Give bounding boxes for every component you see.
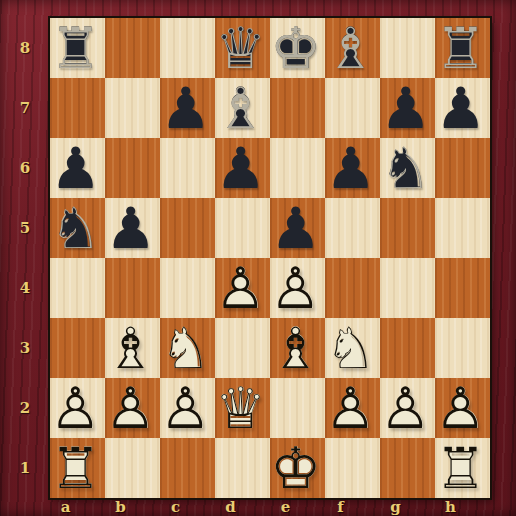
square-d7[interactable]: ♝♗ bbox=[215, 78, 270, 138]
rank-labels: 8 7 6 5 4 3 2 1 bbox=[0, 18, 50, 498]
square-g1[interactable] bbox=[380, 438, 435, 498]
piece-outline: ♙ bbox=[323, 378, 378, 438]
piece-fill: ♟ bbox=[158, 378, 213, 438]
piece-fill: ♟ bbox=[158, 78, 213, 138]
square-e5[interactable]: ♟ bbox=[270, 198, 325, 258]
piece-outline: ♙ bbox=[433, 378, 488, 438]
square-f3[interactable]: ♞♘ bbox=[325, 318, 380, 378]
square-g3[interactable] bbox=[380, 318, 435, 378]
piece-outline: ♕ bbox=[213, 378, 268, 438]
square-b8[interactable] bbox=[105, 18, 160, 78]
square-c1[interactable] bbox=[160, 438, 215, 498]
piece-fill: ♟ bbox=[323, 378, 378, 438]
piece-fill: ♟ bbox=[433, 378, 488, 438]
square-b5[interactable]: ♟ bbox=[105, 198, 160, 258]
square-b6[interactable] bbox=[105, 138, 160, 198]
chess-app-window: ♜♖♛♕♚♔♝♗♜♖♟♝♗♟♟♟♟♟♞♘♞♘♟♟♟♙♟♙♝♗♞♘♝♗♞♘♟♙♟♙… bbox=[0, 0, 516, 516]
piece-outline: ♘ bbox=[158, 318, 213, 378]
piece-fill: ♛ bbox=[213, 18, 268, 78]
square-f4[interactable] bbox=[325, 258, 380, 318]
black-bishop-icon[interactable]: ♝♗ bbox=[323, 18, 378, 78]
piece-outline: ♗ bbox=[323, 18, 378, 78]
black-pawn-icon[interactable]: ♟ bbox=[433, 78, 488, 138]
piece-fill: ♚ bbox=[268, 18, 323, 78]
square-f7[interactable] bbox=[325, 78, 380, 138]
rank-label-1: 1 bbox=[0, 438, 50, 498]
white-knight-icon[interactable]: ♞♘ bbox=[323, 318, 378, 378]
black-king-icon[interactable]: ♚♔ bbox=[268, 18, 323, 78]
piece-outline: ♙ bbox=[213, 258, 268, 318]
square-c5[interactable] bbox=[160, 198, 215, 258]
piece-outline: ♗ bbox=[268, 318, 323, 378]
square-g6[interactable]: ♞♘ bbox=[380, 138, 435, 198]
piece-fill: ♝ bbox=[323, 18, 378, 78]
square-b1[interactable] bbox=[105, 438, 160, 498]
black-pawn-icon[interactable]: ♟ bbox=[48, 138, 103, 198]
piece-fill: ♟ bbox=[213, 138, 268, 198]
white-pawn-icon[interactable]: ♟♙ bbox=[378, 378, 433, 438]
white-pawn-icon[interactable]: ♟♙ bbox=[158, 378, 213, 438]
white-knight-icon[interactable]: ♞♘ bbox=[158, 318, 213, 378]
black-pawn-icon[interactable]: ♟ bbox=[378, 78, 433, 138]
white-bishop-icon[interactable]: ♝♗ bbox=[268, 318, 323, 378]
piece-outline: ♙ bbox=[378, 378, 433, 438]
square-c8[interactable] bbox=[160, 18, 215, 78]
square-a8[interactable]: ♜♖ bbox=[50, 18, 105, 78]
white-pawn-icon[interactable]: ♟♙ bbox=[48, 378, 103, 438]
piece-outline: ♖ bbox=[433, 18, 488, 78]
square-e3[interactable]: ♝♗ bbox=[270, 318, 325, 378]
piece-outline: ♖ bbox=[48, 438, 103, 498]
square-a5[interactable]: ♞♘ bbox=[50, 198, 105, 258]
piece-fill: ♜ bbox=[48, 18, 103, 78]
square-c7[interactable]: ♟ bbox=[160, 78, 215, 138]
square-f2[interactable]: ♟♙ bbox=[325, 378, 380, 438]
black-pawn-icon[interactable]: ♟ bbox=[213, 138, 268, 198]
square-d3[interactable] bbox=[215, 318, 270, 378]
piece-outline: ♕ bbox=[213, 18, 268, 78]
file-label-h: h bbox=[423, 497, 478, 516]
piece-fill: ♞ bbox=[158, 318, 213, 378]
piece-outline: ♖ bbox=[48, 18, 103, 78]
black-knight-icon[interactable]: ♞♘ bbox=[378, 138, 433, 198]
square-h8[interactable]: ♜♖ bbox=[435, 18, 490, 78]
piece-fill: ♚ bbox=[268, 438, 323, 498]
piece-outline: ♔ bbox=[268, 18, 323, 78]
square-c3[interactable]: ♞♘ bbox=[160, 318, 215, 378]
black-pawn-icon[interactable]: ♟ bbox=[158, 78, 213, 138]
piece-fill: ♟ bbox=[378, 78, 433, 138]
white-bishop-icon[interactable]: ♝♗ bbox=[103, 318, 158, 378]
file-label-d: d bbox=[203, 497, 258, 516]
file-label-f: f bbox=[313, 497, 368, 516]
square-d5[interactable] bbox=[215, 198, 270, 258]
piece-outline: ♘ bbox=[323, 318, 378, 378]
black-knight-icon[interactable]: ♞♘ bbox=[48, 198, 103, 258]
black-pawn-icon[interactable]: ♟ bbox=[323, 138, 378, 198]
rank-label-8: 8 bbox=[0, 18, 50, 78]
piece-outline: ♖ bbox=[433, 438, 488, 498]
file-label-e: e bbox=[258, 497, 313, 516]
white-pawn-icon[interactable]: ♟♙ bbox=[213, 258, 268, 318]
rank-label-6: 6 bbox=[0, 138, 50, 198]
piece-fill: ♟ bbox=[433, 78, 488, 138]
square-g7[interactable]: ♟ bbox=[380, 78, 435, 138]
square-e2[interactable] bbox=[270, 378, 325, 438]
square-e1[interactable]: ♚♔ bbox=[270, 438, 325, 498]
rank-label-5: 5 bbox=[0, 198, 50, 258]
square-g4[interactable] bbox=[380, 258, 435, 318]
black-bishop-icon[interactable]: ♝♗ bbox=[213, 78, 268, 138]
piece-fill: ♝ bbox=[213, 78, 268, 138]
square-f8[interactable]: ♝♗ bbox=[325, 18, 380, 78]
piece-outline: ♙ bbox=[103, 378, 158, 438]
piece-fill: ♟ bbox=[323, 138, 378, 198]
black-queen-icon[interactable]: ♛♕ bbox=[213, 18, 268, 78]
square-d2[interactable]: ♛♕ bbox=[215, 378, 270, 438]
black-rook-icon[interactable]: ♜♖ bbox=[433, 18, 488, 78]
rank-label-7: 7 bbox=[0, 78, 50, 138]
piece-fill: ♝ bbox=[268, 318, 323, 378]
piece-outline: ♘ bbox=[378, 138, 433, 198]
rank-label-4: 4 bbox=[0, 258, 50, 318]
file-label-g: g bbox=[368, 497, 423, 516]
square-e6[interactable] bbox=[270, 138, 325, 198]
square-a4[interactable] bbox=[50, 258, 105, 318]
piece-outline: ♙ bbox=[268, 258, 323, 318]
file-label-a: a bbox=[38, 497, 93, 516]
piece-fill: ♝ bbox=[103, 318, 158, 378]
white-pawn-icon[interactable]: ♟♙ bbox=[103, 378, 158, 438]
black-rook-icon[interactable]: ♜♖ bbox=[48, 18, 103, 78]
file-label-b: b bbox=[93, 497, 148, 516]
square-g2[interactable]: ♟♙ bbox=[380, 378, 435, 438]
white-rook-icon[interactable]: ♜♖ bbox=[433, 438, 488, 498]
piece-fill: ♜ bbox=[433, 18, 488, 78]
square-f5[interactable] bbox=[325, 198, 380, 258]
piece-outline: ♔ bbox=[268, 438, 323, 498]
square-a3[interactable] bbox=[50, 318, 105, 378]
square-a2[interactable]: ♟♙ bbox=[50, 378, 105, 438]
square-e4[interactable]: ♟♙ bbox=[270, 258, 325, 318]
square-g8[interactable] bbox=[380, 18, 435, 78]
file-labels: a b c d e f g h bbox=[50, 497, 490, 516]
piece-outline: ♗ bbox=[103, 318, 158, 378]
square-d1[interactable] bbox=[215, 438, 270, 498]
square-h3[interactable] bbox=[435, 318, 490, 378]
piece-outline: ♗ bbox=[213, 78, 268, 138]
rank-label-3: 3 bbox=[0, 318, 50, 378]
white-pawn-icon[interactable]: ♟♙ bbox=[433, 378, 488, 438]
square-f6[interactable]: ♟ bbox=[325, 138, 380, 198]
square-b4[interactable] bbox=[105, 258, 160, 318]
piece-fill: ♞ bbox=[323, 318, 378, 378]
chess-board: ♜♖♛♕♚♔♝♗♜♖♟♝♗♟♟♟♟♟♞♘♞♘♟♟♟♙♟♙♝♗♞♘♝♗♞♘♟♙♟♙… bbox=[50, 18, 490, 498]
white-pawn-icon[interactable]: ♟♙ bbox=[268, 258, 323, 318]
rank-label-2: 2 bbox=[0, 378, 50, 438]
square-a6[interactable]: ♟ bbox=[50, 138, 105, 198]
square-g5[interactable] bbox=[380, 198, 435, 258]
piece-fill: ♞ bbox=[378, 138, 433, 198]
square-h6[interactable] bbox=[435, 138, 490, 198]
piece-fill: ♟ bbox=[103, 198, 158, 258]
piece-fill: ♞ bbox=[48, 198, 103, 258]
square-b2[interactable]: ♟♙ bbox=[105, 378, 160, 438]
file-label-c: c bbox=[148, 497, 203, 516]
square-h4[interactable] bbox=[435, 258, 490, 318]
square-h5[interactable] bbox=[435, 198, 490, 258]
square-f1[interactable] bbox=[325, 438, 380, 498]
square-d4[interactable]: ♟♙ bbox=[215, 258, 270, 318]
piece-fill: ♟ bbox=[268, 258, 323, 318]
piece-fill: ♜ bbox=[433, 438, 488, 498]
white-queen-icon[interactable]: ♛♕ bbox=[213, 378, 268, 438]
white-king-icon[interactable]: ♚♔ bbox=[268, 438, 323, 498]
piece-fill: ♜ bbox=[48, 438, 103, 498]
square-b3[interactable]: ♝♗ bbox=[105, 318, 160, 378]
piece-fill: ♟ bbox=[378, 378, 433, 438]
square-e7[interactable] bbox=[270, 78, 325, 138]
square-d6[interactable]: ♟ bbox=[215, 138, 270, 198]
piece-fill: ♟ bbox=[48, 138, 103, 198]
square-c6[interactable] bbox=[160, 138, 215, 198]
square-c2[interactable]: ♟♙ bbox=[160, 378, 215, 438]
square-e8[interactable]: ♚♔ bbox=[270, 18, 325, 78]
square-b7[interactable] bbox=[105, 78, 160, 138]
black-pawn-icon[interactable]: ♟ bbox=[103, 198, 158, 258]
piece-fill: ♟ bbox=[268, 198, 323, 258]
square-c4[interactable] bbox=[160, 258, 215, 318]
white-pawn-icon[interactable]: ♟♙ bbox=[323, 378, 378, 438]
square-a1[interactable]: ♜♖ bbox=[50, 438, 105, 498]
piece-outline: ♘ bbox=[48, 198, 103, 258]
piece-fill: ♟ bbox=[213, 258, 268, 318]
square-a7[interactable] bbox=[50, 78, 105, 138]
piece-fill: ♟ bbox=[48, 378, 103, 438]
white-rook-icon[interactable]: ♜♖ bbox=[48, 438, 103, 498]
piece-fill: ♟ bbox=[103, 378, 158, 438]
piece-outline: ♙ bbox=[158, 378, 213, 438]
piece-fill: ♛ bbox=[213, 378, 268, 438]
square-h1[interactable]: ♜♖ bbox=[435, 438, 490, 498]
square-d8[interactable]: ♛♕ bbox=[215, 18, 270, 78]
square-h2[interactable]: ♟♙ bbox=[435, 378, 490, 438]
piece-outline: ♙ bbox=[48, 378, 103, 438]
square-h7[interactable]: ♟ bbox=[435, 78, 490, 138]
black-pawn-icon[interactable]: ♟ bbox=[268, 198, 323, 258]
